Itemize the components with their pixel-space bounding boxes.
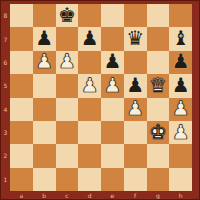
rank-label-5: 5 bbox=[1, 74, 10, 97]
piece-white-pawn-f4[interactable]: ♟ bbox=[126, 98, 144, 118]
square-d6[interactable] bbox=[78, 51, 101, 74]
square-g4[interactable] bbox=[147, 98, 170, 121]
square-f8[interactable] bbox=[124, 4, 147, 27]
piece-white-pawn-c6[interactable]: ♟ bbox=[58, 51, 76, 71]
rank-label-3: 3 bbox=[1, 121, 10, 144]
square-h8[interactable] bbox=[169, 4, 192, 27]
square-a6[interactable] bbox=[10, 51, 33, 74]
square-f4[interactable]: ♟ bbox=[124, 98, 147, 121]
square-a5[interactable] bbox=[10, 74, 33, 97]
square-h6[interactable]: ♟ bbox=[169, 51, 192, 74]
square-c2[interactable] bbox=[56, 144, 79, 167]
rank-label-8: 8 bbox=[1, 4, 10, 27]
piece-white-pawn-h4[interactable]: ♟ bbox=[172, 98, 190, 118]
square-f2[interactable] bbox=[124, 144, 147, 167]
square-d8[interactable] bbox=[78, 4, 101, 27]
file-label-b: b bbox=[33, 191, 56, 200]
piece-white-pawn-d5[interactable]: ♟ bbox=[81, 75, 99, 95]
square-g2[interactable] bbox=[147, 144, 170, 167]
square-d2[interactable] bbox=[78, 144, 101, 167]
file-label-e: e bbox=[101, 191, 124, 200]
square-d4[interactable] bbox=[78, 98, 101, 121]
square-h2[interactable] bbox=[169, 144, 192, 167]
square-h3[interactable]: ♟ bbox=[169, 121, 192, 144]
square-a7[interactable] bbox=[10, 27, 33, 50]
rank-label-1: 1 bbox=[1, 168, 10, 191]
square-g5[interactable]: ♛ bbox=[147, 74, 170, 97]
square-d3[interactable] bbox=[78, 121, 101, 144]
square-c5[interactable] bbox=[56, 74, 79, 97]
square-c6[interactable]: ♟ bbox=[56, 51, 79, 74]
square-f1[interactable] bbox=[124, 168, 147, 191]
file-label-d: d bbox=[78, 191, 101, 200]
square-c7[interactable] bbox=[56, 27, 79, 50]
board-grid: ♚♟♟♛♝♟♟♟♟♟♟♟♛♟♟♟♚♟ bbox=[10, 4, 192, 191]
square-d5[interactable]: ♟ bbox=[78, 74, 101, 97]
square-e3[interactable] bbox=[101, 121, 124, 144]
square-b1[interactable] bbox=[33, 168, 56, 191]
square-g7[interactable] bbox=[147, 27, 170, 50]
square-e5[interactable]: ♟ bbox=[101, 74, 124, 97]
square-d7[interactable]: ♟ bbox=[78, 27, 101, 50]
square-e7[interactable] bbox=[101, 27, 124, 50]
square-a3[interactable] bbox=[10, 121, 33, 144]
chessboard: 87654321 abcdefgh ♚♟♟♛♝♟♟♟♟♟♟♟♛♟♟♟♚♟ bbox=[0, 0, 200, 200]
square-a2[interactable] bbox=[10, 144, 33, 167]
square-e4[interactable] bbox=[101, 98, 124, 121]
rank-label-7: 7 bbox=[1, 27, 10, 50]
rank-labels: 87654321 bbox=[1, 4, 10, 191]
piece-black-king-c8[interactable]: ♚ bbox=[58, 5, 76, 25]
file-label-a: a bbox=[10, 191, 33, 200]
piece-black-pawn-f5[interactable]: ♟ bbox=[126, 75, 144, 95]
square-a1[interactable] bbox=[10, 168, 33, 191]
square-b4[interactable] bbox=[33, 98, 56, 121]
square-h5[interactable]: ♟ bbox=[169, 74, 192, 97]
square-g1[interactable] bbox=[147, 168, 170, 191]
square-b7[interactable]: ♟ bbox=[33, 27, 56, 50]
square-b8[interactable] bbox=[33, 4, 56, 27]
square-f3[interactable] bbox=[124, 121, 147, 144]
piece-black-pawn-e6[interactable]: ♟ bbox=[103, 51, 121, 71]
square-h4[interactable]: ♟ bbox=[169, 98, 192, 121]
square-h7[interactable]: ♝ bbox=[169, 27, 192, 50]
square-g6[interactable] bbox=[147, 51, 170, 74]
square-f6[interactable] bbox=[124, 51, 147, 74]
piece-white-pawn-h3[interactable]: ♟ bbox=[172, 122, 190, 142]
piece-white-king-g3[interactable]: ♚ bbox=[149, 122, 167, 142]
piece-white-pawn-e5[interactable]: ♟ bbox=[103, 75, 121, 95]
file-label-h: h bbox=[169, 191, 192, 200]
piece-white-pawn-b6[interactable]: ♟ bbox=[35, 51, 53, 71]
square-b5[interactable] bbox=[33, 74, 56, 97]
square-c1[interactable] bbox=[56, 168, 79, 191]
piece-white-queen-g5[interactable]: ♛ bbox=[149, 75, 167, 95]
square-e2[interactable] bbox=[101, 144, 124, 167]
square-b6[interactable]: ♟ bbox=[33, 51, 56, 74]
square-b3[interactable] bbox=[33, 121, 56, 144]
square-f7[interactable]: ♛ bbox=[124, 27, 147, 50]
square-c4[interactable] bbox=[56, 98, 79, 121]
piece-black-pawn-b7[interactable]: ♟ bbox=[35, 28, 53, 48]
rank-label-6: 6 bbox=[1, 51, 10, 74]
square-e1[interactable] bbox=[101, 168, 124, 191]
file-label-c: c bbox=[56, 191, 79, 200]
piece-black-pawn-h6[interactable]: ♟ bbox=[172, 51, 190, 71]
square-c3[interactable] bbox=[56, 121, 79, 144]
square-c8[interactable]: ♚ bbox=[56, 4, 79, 27]
piece-black-pawn-d7[interactable]: ♟ bbox=[81, 28, 99, 48]
square-b2[interactable] bbox=[33, 144, 56, 167]
piece-black-queen-f7[interactable]: ♛ bbox=[126, 28, 144, 48]
square-h1[interactable] bbox=[169, 168, 192, 191]
rank-label-2: 2 bbox=[1, 144, 10, 167]
file-labels: abcdefgh bbox=[10, 191, 192, 200]
rank-label-4: 4 bbox=[1, 98, 10, 121]
square-e8[interactable] bbox=[101, 4, 124, 27]
square-f5[interactable]: ♟ bbox=[124, 74, 147, 97]
square-g3[interactable]: ♚ bbox=[147, 121, 170, 144]
piece-black-pawn-h5[interactable]: ♟ bbox=[172, 75, 190, 95]
square-g8[interactable] bbox=[147, 4, 170, 27]
square-e6[interactable]: ♟ bbox=[101, 51, 124, 74]
square-a4[interactable] bbox=[10, 98, 33, 121]
square-a8[interactable] bbox=[10, 4, 33, 27]
file-label-f: f bbox=[124, 191, 147, 200]
square-d1[interactable] bbox=[78, 168, 101, 191]
file-label-g: g bbox=[147, 191, 170, 200]
piece-black-bishop-h7[interactable]: ♝ bbox=[172, 28, 190, 48]
